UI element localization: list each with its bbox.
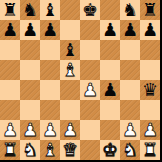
square-d8[interactable] <box>60 0 80 20</box>
square-d2[interactable]: ♟ <box>60 120 80 140</box>
piece-black-pawn[interactable]: ♟ <box>102 80 118 100</box>
square-d6[interactable]: ♝ <box>60 40 80 60</box>
piece-white-pawn[interactable]: ♟ <box>122 120 138 140</box>
piece-white-king[interactable]: ♚ <box>102 140 118 160</box>
square-g8[interactable]: ♞ <box>120 0 140 20</box>
piece-white-pawn[interactable]: ♟ <box>42 120 58 140</box>
square-h1[interactable]: ♜ <box>140 140 160 160</box>
square-d3[interactable] <box>60 100 80 120</box>
square-e2[interactable] <box>80 120 100 140</box>
piece-white-queen[interactable]: ♛ <box>62 140 78 160</box>
square-d5[interactable]: ♝ <box>60 60 80 80</box>
square-g2[interactable]: ♟ <box>120 120 140 140</box>
square-b2[interactable]: ♟ <box>20 120 40 140</box>
square-e4[interactable]: ♟ <box>80 80 100 100</box>
square-g7[interactable]: ♟ <box>120 20 140 40</box>
square-a1[interactable]: ♜ <box>0 140 20 160</box>
square-f4[interactable]: ♟ <box>100 80 120 100</box>
square-e1[interactable] <box>80 140 100 160</box>
piece-black-pawn[interactable]: ♟ <box>2 20 18 40</box>
square-f2[interactable] <box>100 120 120 140</box>
square-b6[interactable] <box>20 40 40 60</box>
square-f7[interactable]: ♟ <box>100 20 120 40</box>
piece-white-knight[interactable]: ♞ <box>22 140 38 160</box>
square-e6[interactable] <box>80 40 100 60</box>
square-h2[interactable]: ♟ <box>140 120 160 140</box>
board-frame: ♜♞♝♚♞♜♟♟♟♟♟♟♝♝♟♟♛♟♟♟♟♟♟♜♞♝♛♚♞♜ <box>0 0 162 162</box>
square-a3[interactable] <box>0 100 20 120</box>
square-b8[interactable]: ♞ <box>20 0 40 20</box>
square-g3[interactable] <box>120 100 140 120</box>
piece-black-king[interactable]: ♚ <box>82 0 98 20</box>
square-e5[interactable] <box>80 60 100 80</box>
piece-white-bishop[interactable]: ♝ <box>42 140 58 160</box>
square-e3[interactable] <box>80 100 100 120</box>
piece-black-pawn[interactable]: ♟ <box>102 20 118 40</box>
square-g1[interactable]: ♞ <box>120 140 140 160</box>
square-a5[interactable] <box>0 60 20 80</box>
square-a7[interactable]: ♟ <box>0 20 20 40</box>
piece-black-knight[interactable]: ♞ <box>22 0 38 20</box>
square-h3[interactable] <box>140 100 160 120</box>
piece-white-pawn[interactable]: ♟ <box>62 120 78 140</box>
square-f5[interactable] <box>100 60 120 80</box>
square-g5[interactable] <box>120 60 140 80</box>
piece-white-bishop[interactable]: ♝ <box>62 60 78 80</box>
square-c2[interactable]: ♟ <box>40 120 60 140</box>
piece-black-queen[interactable]: ♛ <box>142 80 158 100</box>
square-h5[interactable] <box>140 60 160 80</box>
square-a6[interactable] <box>0 40 20 60</box>
piece-black-bishop[interactable]: ♝ <box>42 0 58 20</box>
square-d7[interactable] <box>60 20 80 40</box>
square-a8[interactable]: ♜ <box>0 0 20 20</box>
square-c7[interactable]: ♟ <box>40 20 60 40</box>
piece-black-knight[interactable]: ♞ <box>122 0 138 20</box>
square-b4[interactable] <box>20 80 40 100</box>
piece-white-pawn[interactable]: ♟ <box>142 120 158 140</box>
piece-white-pawn[interactable]: ♟ <box>2 120 18 140</box>
square-h7[interactable]: ♟ <box>140 20 160 40</box>
square-c6[interactable] <box>40 40 60 60</box>
chess-board: ♜♞♝♚♞♜♟♟♟♟♟♟♝♝♟♟♛♟♟♟♟♟♟♜♞♝♛♚♞♜ <box>0 0 160 160</box>
square-f8[interactable] <box>100 0 120 20</box>
piece-black-pawn[interactable]: ♟ <box>42 20 58 40</box>
piece-white-pawn[interactable]: ♟ <box>82 80 98 100</box>
square-d1[interactable]: ♛ <box>60 140 80 160</box>
square-e7[interactable] <box>80 20 100 40</box>
piece-black-rook[interactable]: ♜ <box>2 0 18 20</box>
square-g6[interactable] <box>120 40 140 60</box>
square-g4[interactable] <box>120 80 140 100</box>
square-f1[interactable]: ♚ <box>100 140 120 160</box>
square-f6[interactable] <box>100 40 120 60</box>
piece-white-rook[interactable]: ♜ <box>142 140 158 160</box>
square-b3[interactable] <box>20 100 40 120</box>
piece-white-knight[interactable]: ♞ <box>122 140 138 160</box>
square-f3[interactable] <box>100 100 120 120</box>
piece-black-pawn[interactable]: ♟ <box>142 20 158 40</box>
square-c4[interactable] <box>40 80 60 100</box>
square-b5[interactable] <box>20 60 40 80</box>
piece-white-rook[interactable]: ♜ <box>2 140 18 160</box>
piece-white-pawn[interactable]: ♟ <box>22 120 38 140</box>
square-a4[interactable] <box>0 80 20 100</box>
square-b7[interactable]: ♟ <box>20 20 40 40</box>
piece-black-pawn[interactable]: ♟ <box>122 20 138 40</box>
piece-black-pawn[interactable]: ♟ <box>22 20 38 40</box>
chessboard-screenshot: ♜♞♝♚♞♜♟♟♟♟♟♟♝♝♟♟♛♟♟♟♟♟♟♜♞♝♛♚♞♜ <box>0 0 162 162</box>
square-d4[interactable] <box>60 80 80 100</box>
square-h8[interactable]: ♜ <box>140 0 160 20</box>
square-c8[interactable]: ♝ <box>40 0 60 20</box>
square-h4[interactable]: ♛ <box>140 80 160 100</box>
square-c3[interactable] <box>40 100 60 120</box>
square-e8[interactable]: ♚ <box>80 0 100 20</box>
square-c5[interactable] <box>40 60 60 80</box>
piece-black-rook[interactable]: ♜ <box>142 0 158 20</box>
square-h6[interactable] <box>140 40 160 60</box>
square-a2[interactable]: ♟ <box>0 120 20 140</box>
square-b1[interactable]: ♞ <box>20 140 40 160</box>
piece-black-bishop[interactable]: ♝ <box>62 40 78 60</box>
square-c1[interactable]: ♝ <box>40 140 60 160</box>
